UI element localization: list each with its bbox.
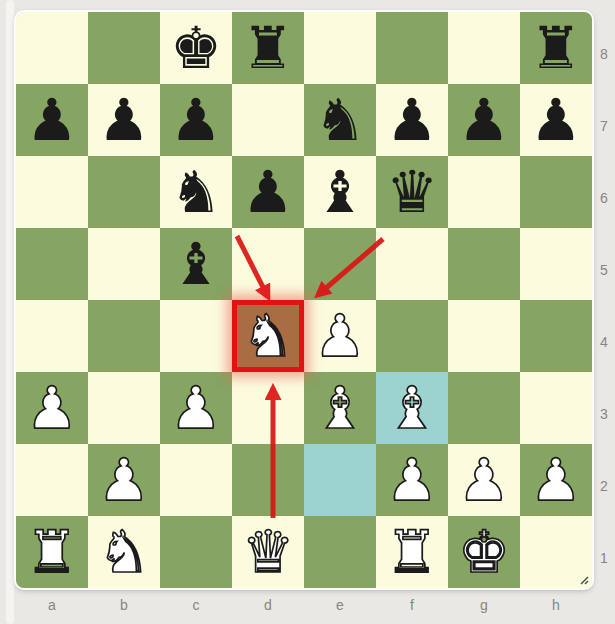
- square-g7[interactable]: ♟: [448, 84, 520, 156]
- square-c8[interactable]: ♚: [160, 12, 232, 84]
- square-f5[interactable]: [376, 228, 448, 300]
- square-d1[interactable]: ♛: [232, 516, 304, 588]
- rank-label-8: 8: [594, 18, 614, 90]
- file-label-c: c: [160, 594, 232, 616]
- chess-board[interactable]: ♚♜♜♟♟♟♞♟♟♟♞♟♝♛♝♞♟♟♟♝♝♟♟♟♟♜♞♛♜♚: [16, 12, 592, 588]
- square-g4[interactable]: [448, 300, 520, 372]
- piece-black-knight[interactable]: ♞: [160, 156, 232, 228]
- square-a3[interactable]: ♟: [16, 372, 88, 444]
- piece-white-knight[interactable]: ♞: [232, 300, 304, 372]
- square-f1[interactable]: ♜: [376, 516, 448, 588]
- square-c6[interactable]: ♞: [160, 156, 232, 228]
- square-e8[interactable]: [304, 12, 376, 84]
- square-g6[interactable]: [448, 156, 520, 228]
- piece-white-pawn[interactable]: ♟: [16, 372, 88, 444]
- file-label-b: b: [88, 594, 160, 616]
- piece-white-pawn[interactable]: ♟: [304, 300, 376, 372]
- square-e7[interactable]: ♞: [304, 84, 376, 156]
- square-a6[interactable]: [16, 156, 88, 228]
- square-d4[interactable]: ♞: [232, 300, 304, 372]
- square-b3[interactable]: [88, 372, 160, 444]
- piece-black-pawn[interactable]: ♟: [448, 84, 520, 156]
- square-g3[interactable]: [448, 372, 520, 444]
- piece-white-rook[interactable]: ♜: [376, 516, 448, 588]
- square-c3[interactable]: ♟: [160, 372, 232, 444]
- square-f3[interactable]: ♝: [376, 372, 448, 444]
- rank-label-2: 2: [594, 450, 614, 522]
- square-e2[interactable]: [304, 444, 376, 516]
- square-b5[interactable]: [88, 228, 160, 300]
- piece-white-pawn[interactable]: ♟: [448, 444, 520, 516]
- square-a1[interactable]: ♜: [16, 516, 88, 588]
- rank-label-6: 6: [594, 162, 614, 234]
- square-d8[interactable]: ♜: [232, 12, 304, 84]
- square-h5[interactable]: [520, 228, 592, 300]
- rank-coordinates: 87654321: [594, 12, 614, 588]
- square-a8[interactable]: [16, 12, 88, 84]
- file-label-a: a: [16, 594, 88, 616]
- piece-black-pawn[interactable]: ♟: [232, 156, 304, 228]
- piece-white-rook[interactable]: ♜: [16, 516, 88, 588]
- piece-white-bishop[interactable]: ♝: [376, 372, 448, 444]
- square-e3[interactable]: ♝: [304, 372, 376, 444]
- square-b7[interactable]: ♟: [88, 84, 160, 156]
- square-a4[interactable]: [16, 300, 88, 372]
- square-g8[interactable]: [448, 12, 520, 84]
- square-b6[interactable]: [88, 156, 160, 228]
- square-h4[interactable]: [520, 300, 592, 372]
- piece-black-rook[interactable]: ♜: [232, 12, 304, 84]
- piece-black-pawn[interactable]: ♟: [160, 84, 232, 156]
- file-label-g: g: [448, 594, 520, 616]
- square-f8[interactable]: [376, 12, 448, 84]
- piece-white-bishop[interactable]: ♝: [304, 372, 376, 444]
- piece-black-king[interactable]: ♚: [160, 12, 232, 84]
- square-h2[interactable]: ♟: [520, 444, 592, 516]
- piece-white-pawn[interactable]: ♟: [520, 444, 592, 516]
- piece-white-pawn[interactable]: ♟: [160, 372, 232, 444]
- square-g1[interactable]: ♚: [448, 516, 520, 588]
- rank-label-1: 1: [594, 522, 614, 594]
- piece-white-queen[interactable]: ♛: [232, 516, 304, 588]
- rank-label-3: 3: [594, 378, 614, 450]
- square-f2[interactable]: ♟: [376, 444, 448, 516]
- square-d5[interactable]: [232, 228, 304, 300]
- piece-black-pawn[interactable]: ♟: [520, 84, 592, 156]
- square-e4[interactable]: ♟: [304, 300, 376, 372]
- file-label-h: h: [520, 594, 592, 616]
- square-b8[interactable]: [88, 12, 160, 84]
- file-label-d: d: [232, 594, 304, 616]
- square-h3[interactable]: [520, 372, 592, 444]
- square-d2[interactable]: [232, 444, 304, 516]
- piece-white-pawn[interactable]: ♟: [88, 444, 160, 516]
- square-c5[interactable]: ♝: [160, 228, 232, 300]
- square-b2[interactable]: ♟: [88, 444, 160, 516]
- square-c7[interactable]: ♟: [160, 84, 232, 156]
- square-h7[interactable]: ♟: [520, 84, 592, 156]
- rank-label-4: 4: [594, 306, 614, 378]
- square-g2[interactable]: ♟: [448, 444, 520, 516]
- square-e5[interactable]: [304, 228, 376, 300]
- square-e1[interactable]: [304, 516, 376, 588]
- square-d7[interactable]: [232, 84, 304, 156]
- square-f4[interactable]: [376, 300, 448, 372]
- rank-label-5: 5: [594, 234, 614, 306]
- window-edge-strip: [6, 0, 14, 624]
- piece-black-pawn[interactable]: ♟: [88, 84, 160, 156]
- board-resize-handle-icon[interactable]: [576, 572, 589, 585]
- piece-black-bishop[interactable]: ♝: [304, 156, 376, 228]
- square-b1[interactable]: ♞: [88, 516, 160, 588]
- piece-black-queen[interactable]: ♛: [376, 156, 448, 228]
- square-h6[interactable]: [520, 156, 592, 228]
- square-c1[interactable]: [160, 516, 232, 588]
- piece-white-pawn[interactable]: ♟: [376, 444, 448, 516]
- square-a5[interactable]: [16, 228, 88, 300]
- square-a2[interactable]: [16, 444, 88, 516]
- piece-black-rook[interactable]: ♜: [520, 12, 592, 84]
- square-f7[interactable]: ♟: [376, 84, 448, 156]
- piece-black-pawn[interactable]: ♟: [16, 84, 88, 156]
- square-c4[interactable]: [160, 300, 232, 372]
- square-h8[interactable]: ♜: [520, 12, 592, 84]
- square-b4[interactable]: [88, 300, 160, 372]
- piece-black-pawn[interactable]: ♟: [376, 84, 448, 156]
- square-e6[interactable]: ♝: [304, 156, 376, 228]
- piece-white-knight[interactable]: ♞: [88, 516, 160, 588]
- square-f6[interactable]: ♛: [376, 156, 448, 228]
- square-d3[interactable]: [232, 372, 304, 444]
- file-label-e: e: [304, 594, 376, 616]
- file-coordinates: abcdefgh: [16, 594, 592, 616]
- square-a7[interactable]: ♟: [16, 84, 88, 156]
- rank-label-7: 7: [594, 90, 614, 162]
- chess-board-container: ♚♜♜♟♟♟♞♟♟♟♞♟♝♛♝♞♟♟♟♝♝♟♟♟♟♜♞♛♜♚: [16, 12, 592, 588]
- file-label-f: f: [376, 594, 448, 616]
- square-c2[interactable]: [160, 444, 232, 516]
- piece-black-knight[interactable]: ♞: [304, 84, 376, 156]
- square-g5[interactable]: [448, 228, 520, 300]
- piece-black-bishop[interactable]: ♝: [160, 228, 232, 300]
- square-d6[interactable]: ♟: [232, 156, 304, 228]
- piece-white-king[interactable]: ♚: [448, 516, 520, 588]
